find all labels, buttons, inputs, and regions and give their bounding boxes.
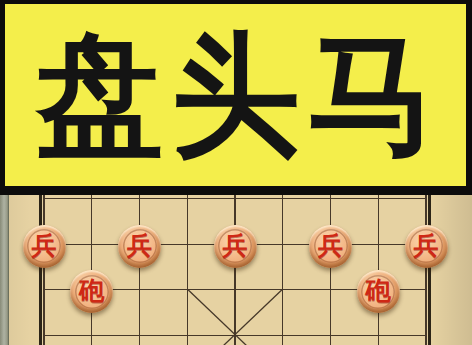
piece-label: 兵 (414, 229, 439, 262)
page-title: 盘头马 (36, 28, 444, 161)
piece-face: 兵 (409, 229, 443, 263)
xiangqi-board: 兵兵兵兵兵砲砲 (0, 195, 472, 345)
piece-red-soldier[interactable]: 兵 (118, 225, 161, 268)
grid-cell (187, 289, 235, 335)
piece-face: 兵 (218, 229, 252, 263)
piece-face: 砲 (361, 275, 395, 309)
piece-label: 兵 (223, 229, 248, 262)
piece-red-soldier[interactable]: 兵 (405, 225, 448, 268)
board-border-right (428, 195, 431, 345)
piece-label: 砲 (79, 274, 104, 307)
piece-red-soldier[interactable]: 兵 (214, 225, 257, 268)
file-line-4 (187, 195, 188, 345)
piece-face: 砲 (75, 275, 109, 309)
piece-red-cannon[interactable]: 砲 (357, 270, 400, 313)
board-border-left (39, 195, 42, 345)
grid-cell (140, 289, 188, 335)
piece-red-cannon[interactable]: 砲 (70, 270, 113, 313)
piece-label: 兵 (32, 229, 57, 262)
piece-label: 兵 (318, 229, 343, 262)
file-line-3 (139, 195, 140, 345)
title-banner: 盘头马 (0, 0, 472, 195)
file-line-7 (330, 195, 331, 345)
piece-red-soldier[interactable]: 兵 (23, 225, 66, 268)
piece-label: 兵 (127, 229, 152, 262)
piece-face: 兵 (123, 229, 157, 263)
file-line-6 (282, 195, 283, 345)
file-line-9 (425, 195, 426, 345)
file-line-1 (43, 195, 44, 345)
table-edge-strip (0, 195, 9, 345)
grid-cell (283, 289, 331, 335)
piece-label: 砲 (366, 274, 391, 307)
file-line-5 (234, 195, 235, 345)
piece-face: 兵 (314, 229, 348, 263)
piece-red-soldier[interactable]: 兵 (309, 225, 352, 268)
grid-cell (235, 289, 283, 335)
piece-face: 兵 (27, 229, 61, 263)
